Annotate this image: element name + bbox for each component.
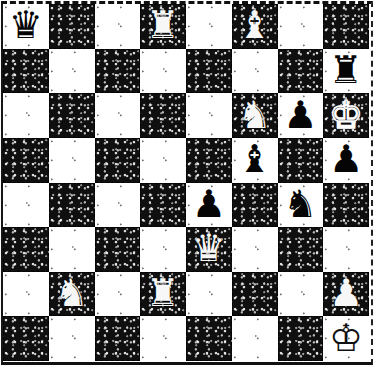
square-e2: [186, 272, 232, 317]
square-h6: ♚: [323, 93, 369, 138]
square-a1: [3, 316, 49, 361]
square-b1: [49, 316, 95, 361]
square-h2: ♟: [323, 272, 369, 317]
square-a5: [3, 138, 49, 183]
square-h4: [323, 183, 369, 228]
square-b8: [49, 4, 95, 49]
square-f8: ♝: [232, 4, 278, 49]
square-g7: [278, 49, 324, 94]
square-b4: [49, 183, 95, 228]
square-d7: [140, 49, 186, 94]
square-g1: [278, 316, 324, 361]
square-d1: [140, 316, 186, 361]
square-g8: [278, 4, 324, 49]
square-b7: [49, 49, 95, 94]
black-rook-h7: ♜: [329, 51, 363, 89]
square-d5: [140, 138, 186, 183]
white-bishop-f8: ♝: [238, 6, 272, 44]
square-f1: [232, 316, 278, 361]
square-g5: [278, 138, 324, 183]
square-d3: [140, 227, 186, 272]
square-f7: [232, 49, 278, 94]
square-h8: [323, 4, 369, 49]
square-b5: [49, 138, 95, 183]
square-e7: [186, 49, 232, 94]
white-rook-d2: ♜: [146, 274, 180, 312]
chess-board: ♛♜♝♜♞♟♚♝♟♟♞♛♞♜♟♔: [3, 4, 369, 361]
square-f4: [232, 183, 278, 228]
square-a6: [3, 93, 49, 138]
square-a8: ♛: [3, 4, 49, 49]
white-queen-e3: ♛: [192, 229, 226, 267]
square-d4: [140, 183, 186, 228]
square-e5: [186, 138, 232, 183]
square-b3: [49, 227, 95, 272]
square-f3: [232, 227, 278, 272]
black-queen-a8: ♛: [9, 6, 43, 44]
white-knight-b2: ♞: [55, 274, 89, 312]
square-c7: [95, 49, 141, 94]
square-c1: [95, 316, 141, 361]
square-e1: [186, 316, 232, 361]
square-d6: [140, 93, 186, 138]
white-rook-d8: ♜: [146, 6, 180, 44]
square-g4: ♞: [278, 183, 324, 228]
black-king-h6: ♚: [329, 96, 363, 134]
black-knight-g4: ♞: [283, 185, 317, 223]
white-king-h1: ♔: [329, 319, 363, 357]
square-g2: [278, 272, 324, 317]
black-pawn-e4: ♟: [192, 185, 226, 223]
square-h5: ♟: [323, 138, 369, 183]
square-e6: [186, 93, 232, 138]
square-h7: ♜: [323, 49, 369, 94]
square-e4: ♟: [186, 183, 232, 228]
square-f2: [232, 272, 278, 317]
square-a2: [3, 272, 49, 317]
white-knight-f6: ♞: [238, 96, 272, 134]
square-c3: [95, 227, 141, 272]
square-e3: ♛: [186, 227, 232, 272]
square-b6: [49, 93, 95, 138]
black-pawn-g6: ♟: [283, 96, 317, 134]
square-a7: [3, 49, 49, 94]
square-h3: [323, 227, 369, 272]
square-b2: ♞: [49, 272, 95, 317]
square-c2: [95, 272, 141, 317]
square-a3: [3, 227, 49, 272]
square-g6: ♟: [278, 93, 324, 138]
square-c4: [95, 183, 141, 228]
square-c8: [95, 4, 141, 49]
square-d2: ♜: [140, 272, 186, 317]
square-c5: [95, 138, 141, 183]
black-bishop-f5: ♝: [238, 140, 272, 178]
white-pawn-h2: ♟: [329, 274, 363, 312]
square-c6: [95, 93, 141, 138]
black-pawn-h5: ♟: [329, 140, 363, 178]
scanned-chess-diagram: ♛♜♝♜♞♟♚♝♟♟♞♛♞♜♟♔: [0, 0, 374, 367]
square-g3: [278, 227, 324, 272]
square-a4: [3, 183, 49, 228]
square-h1: ♔: [323, 316, 369, 361]
square-d8: ♜: [140, 4, 186, 49]
square-e8: [186, 4, 232, 49]
square-f5: ♝: [232, 138, 278, 183]
square-f6: ♞: [232, 93, 278, 138]
